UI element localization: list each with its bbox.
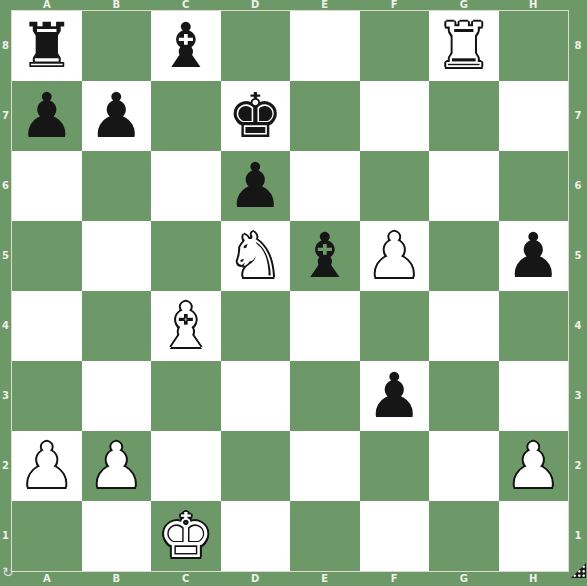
- square-c7[interactable]: [151, 81, 221, 151]
- square-h3[interactable]: [499, 361, 569, 431]
- square-h4[interactable]: [499, 291, 569, 361]
- rank-labels-left: 87654321: [0, 11, 11, 571]
- piece-white-pawn[interactable]: ♟: [366, 225, 422, 287]
- square-d7[interactable]: ♚: [221, 81, 291, 151]
- square-g2[interactable]: [429, 431, 499, 501]
- square-e2[interactable]: [290, 431, 360, 501]
- square-a3[interactable]: [12, 361, 82, 431]
- square-h5[interactable]: ♟: [499, 221, 569, 291]
- rank-label: 2: [0, 431, 11, 501]
- square-g7[interactable]: [429, 81, 499, 151]
- piece-black-rook[interactable]: ♜: [19, 15, 75, 77]
- file-label: E: [290, 572, 360, 586]
- rank-label: 7: [569, 81, 587, 151]
- square-b1[interactable]: [82, 501, 152, 571]
- square-c8[interactable]: ♝: [151, 11, 221, 81]
- square-g8[interactable]: ♜: [429, 11, 499, 81]
- square-b3[interactable]: [82, 361, 152, 431]
- rank-label: 5: [0, 221, 11, 291]
- square-b4[interactable]: [82, 291, 152, 361]
- square-a7[interactable]: ♟: [12, 81, 82, 151]
- rank-label: 6: [0, 151, 11, 221]
- square-c4[interactable]: ♝: [151, 291, 221, 361]
- square-e5[interactable]: ♝: [290, 221, 360, 291]
- piece-white-rook[interactable]: ♜: [436, 15, 492, 77]
- square-c3[interactable]: [151, 361, 221, 431]
- file-label: A: [12, 0, 82, 10]
- piece-black-pawn[interactable]: ♟: [88, 85, 144, 147]
- square-d1[interactable]: [221, 501, 291, 571]
- square-e6[interactable]: [290, 151, 360, 221]
- square-b5[interactable]: [82, 221, 152, 291]
- square-c5[interactable]: [151, 221, 221, 291]
- square-d4[interactable]: [221, 291, 291, 361]
- square-e1[interactable]: [290, 501, 360, 571]
- square-a5[interactable]: [12, 221, 82, 291]
- square-c2[interactable]: [151, 431, 221, 501]
- square-a4[interactable]: [12, 291, 82, 361]
- rank-label: 8: [0, 11, 11, 81]
- square-f7[interactable]: [360, 81, 430, 151]
- file-label: F: [360, 572, 430, 586]
- square-h6[interactable]: [499, 151, 569, 221]
- file-labels-bottom: ABCDEFGH: [12, 572, 568, 586]
- piece-white-pawn[interactable]: ♟: [88, 435, 144, 497]
- file-label: C: [151, 0, 221, 10]
- square-g4[interactable]: [429, 291, 499, 361]
- square-f5[interactable]: ♟: [360, 221, 430, 291]
- square-b2[interactable]: ♟: [82, 431, 152, 501]
- square-d5[interactable]: ♞: [221, 221, 291, 291]
- square-e7[interactable]: [290, 81, 360, 151]
- piece-white-pawn[interactable]: ♟: [505, 435, 561, 497]
- rotate-board-icon[interactable]: ↻: [2, 565, 14, 579]
- board: ♜♝♜♟♟♚♟♞♝♟♟♝♟♟♟♟♚: [11, 10, 569, 572]
- file-label: H: [499, 572, 569, 586]
- file-label: B: [82, 0, 152, 10]
- square-f2[interactable]: [360, 431, 430, 501]
- piece-black-bishop[interactable]: ♝: [158, 15, 214, 77]
- piece-white-knight[interactable]: ♞: [227, 225, 283, 287]
- square-g3[interactable]: [429, 361, 499, 431]
- file-labels-top: ABCDEFGH: [12, 0, 568, 10]
- piece-black-pawn[interactable]: ♟: [366, 365, 422, 427]
- file-label: A: [12, 572, 82, 586]
- square-a6[interactable]: [12, 151, 82, 221]
- square-c1[interactable]: ♚: [151, 501, 221, 571]
- file-label: G: [429, 572, 499, 586]
- rank-label: 2: [569, 431, 587, 501]
- square-e8[interactable]: [290, 11, 360, 81]
- square-g5[interactable]: [429, 221, 499, 291]
- file-label: H: [499, 0, 569, 10]
- square-e4[interactable]: [290, 291, 360, 361]
- square-d8[interactable]: [221, 11, 291, 81]
- square-d6[interactable]: ♟: [221, 151, 291, 221]
- chess-board-widget: ABCDEFGH ABCDEFGH 87654321 87654321 ♜♝♜♟…: [0, 0, 587, 586]
- file-label: C: [151, 572, 221, 586]
- square-h7[interactable]: [499, 81, 569, 151]
- rank-label: 1: [0, 501, 11, 571]
- square-g1[interactable]: [429, 501, 499, 571]
- rank-label: 4: [569, 291, 587, 361]
- piece-black-pawn[interactable]: ♟: [19, 85, 75, 147]
- piece-white-pawn[interactable]: ♟: [19, 435, 75, 497]
- square-f8[interactable]: [360, 11, 430, 81]
- rank-label: 3: [569, 361, 587, 431]
- square-f3[interactable]: ♟: [360, 361, 430, 431]
- piece-black-pawn[interactable]: ♟: [505, 225, 561, 287]
- square-a2[interactable]: ♟: [12, 431, 82, 501]
- rank-label: 6: [569, 151, 587, 221]
- piece-black-king[interactable]: ♚: [227, 85, 283, 147]
- file-label: D: [221, 572, 291, 586]
- piece-black-bishop[interactable]: ♝: [297, 225, 353, 287]
- square-a1[interactable]: [12, 501, 82, 571]
- rank-label: 8: [569, 11, 587, 81]
- rank-label: 1: [569, 501, 587, 571]
- square-h8[interactable]: [499, 11, 569, 81]
- square-h2[interactable]: ♟: [499, 431, 569, 501]
- piece-white-bishop[interactable]: ♝: [158, 295, 214, 357]
- square-b7[interactable]: ♟: [82, 81, 152, 151]
- square-d2[interactable]: [221, 431, 291, 501]
- square-b6[interactable]: [82, 151, 152, 221]
- square-f6[interactable]: [360, 151, 430, 221]
- square-h1[interactable]: [499, 501, 569, 571]
- square-d3[interactable]: [221, 361, 291, 431]
- rank-label: 4: [0, 291, 11, 361]
- piece-black-pawn[interactable]: ♟: [227, 155, 283, 217]
- file-label: F: [360, 0, 430, 10]
- square-f4[interactable]: [360, 291, 430, 361]
- rank-label: 7: [0, 81, 11, 151]
- square-a8[interactable]: ♜: [12, 11, 82, 81]
- square-e3[interactable]: [290, 361, 360, 431]
- square-c6[interactable]: [151, 151, 221, 221]
- file-label: D: [221, 0, 291, 10]
- rank-label: 5: [569, 221, 587, 291]
- rank-label: 3: [0, 361, 11, 431]
- square-b8[interactable]: [82, 11, 152, 81]
- piece-white-king[interactable]: ♚: [158, 505, 214, 567]
- file-label: G: [429, 0, 499, 10]
- file-label: E: [290, 0, 360, 10]
- file-label: B: [82, 572, 152, 586]
- rank-labels-right: 87654321: [569, 11, 587, 571]
- square-f1[interactable]: [360, 501, 430, 571]
- square-g6[interactable]: [429, 151, 499, 221]
